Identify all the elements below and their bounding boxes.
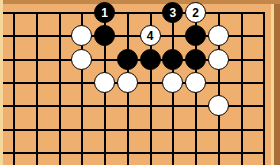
go-board[interactable]: 1324 xyxy=(0,0,280,165)
board-frame-right xyxy=(274,4,280,165)
go-stone-white-move-4[interactable]: 4 xyxy=(140,25,161,46)
grid-hline xyxy=(3,12,265,14)
go-stone-black[interactable] xyxy=(162,49,183,70)
go-stone-white[interactable] xyxy=(117,72,138,93)
go-stone-white[interactable] xyxy=(71,49,92,70)
grid-hline xyxy=(3,152,265,154)
go-stone-black-move-1[interactable]: 1 xyxy=(94,2,115,23)
grid-hline xyxy=(3,129,265,131)
grid-vline xyxy=(13,12,15,165)
go-stone-white[interactable] xyxy=(185,72,206,93)
go-stone-black[interactable] xyxy=(117,49,138,70)
grid-vline xyxy=(36,12,38,165)
grid-vline xyxy=(59,12,61,165)
grid-vline xyxy=(263,12,265,165)
go-stone-black[interactable] xyxy=(185,49,206,70)
board-frame-top xyxy=(0,0,280,4)
go-stone-white-move-2[interactable]: 2 xyxy=(185,2,206,23)
grid-vline xyxy=(241,12,243,165)
go-stone-white[interactable] xyxy=(208,49,229,70)
go-stone-black[interactable] xyxy=(140,49,161,70)
